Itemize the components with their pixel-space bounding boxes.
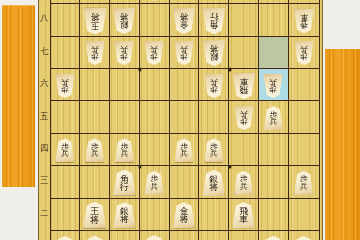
rank-label: 四 <box>39 143 50 155</box>
square-9-4[interactable] <box>289 134 319 166</box>
piece-gote-pawn[interactable]: 歩兵 <box>144 171 164 195</box>
square-5-2[interactable]: 金将 <box>170 199 200 231</box>
piece-kanji: 銀 <box>120 21 129 29</box>
screen: 八七六五四三二 香車桂馬金将桂馬玉将銀将金将角行香車歩兵歩兵歩兵歩兵銀将歩兵歩兵… <box>0 0 360 240</box>
square-1-7[interactable] <box>51 37 81 69</box>
piece-sente-rook[interactable]: 飛車 <box>232 72 255 99</box>
square-5-8[interactable]: 金将 <box>170 4 200 36</box>
square-9-5[interactable] <box>289 101 319 133</box>
piece-kanji: 兵 <box>269 118 277 125</box>
piece-gote-pawn[interactable]: 歩兵 <box>85 138 105 162</box>
piece-gote-pawn[interactable]: 歩兵 <box>294 171 314 195</box>
square-4-5[interactable] <box>140 101 170 133</box>
square-4-3[interactable]: 歩兵 <box>140 166 170 198</box>
piece-kanji: 将 <box>90 215 99 224</box>
square-7-5[interactable]: 歩兵 <box>229 101 259 133</box>
piece-sente-gold[interactable]: 金将 <box>143 0 166 1</box>
piece-kanji: 歩 <box>91 53 99 60</box>
square-8-4[interactable] <box>259 134 289 166</box>
square-7-8[interactable] <box>229 4 259 36</box>
piece-kanji: 行 <box>209 13 218 21</box>
square-2-3[interactable] <box>80 166 110 198</box>
piece-kanji: 銀 <box>209 53 218 61</box>
piece-kanji: 車 <box>239 77 248 85</box>
piece-gote-pawn[interactable]: 歩兵 <box>204 138 224 162</box>
square-1-5[interactable] <box>51 101 81 133</box>
piece-kanji: 兵 <box>121 46 129 53</box>
square-1-6[interactable]: 歩兵 <box>51 69 81 101</box>
piece-kanji: 歩 <box>180 53 188 60</box>
piece-sente-king[interactable]: 玉将 <box>83 7 107 34</box>
square-6-8[interactable]: 角行 <box>199 4 229 36</box>
rank-label: 六 <box>39 78 50 90</box>
piece-kanji: 兵 <box>240 111 248 118</box>
piece-sente-knight[interactable]: 桂馬 <box>84 0 106 1</box>
piece-gote-king[interactable]: 王将 <box>83 202 107 229</box>
piece-kanji: 将 <box>90 12 99 21</box>
piece-kanji: 兵 <box>210 78 218 85</box>
square-2-1[interactable]: 桂馬 <box>80 231 110 240</box>
square-4-2[interactable] <box>140 199 170 231</box>
piece-kanji: 車 <box>300 13 308 20</box>
piece-sente-knight[interactable]: 桂馬 <box>263 0 285 1</box>
piece-gote-pawn[interactable]: 歩兵 <box>234 171 254 195</box>
piece-kanji: 兵 <box>150 46 158 53</box>
piece-gote-pawn[interactable]: 歩兵 <box>174 138 194 162</box>
piece-kanji: 兵 <box>61 150 69 157</box>
square-3-2[interactable]: 銀将 <box>110 199 140 231</box>
rank-label: 二 <box>39 208 50 220</box>
piece-kanji: 将 <box>180 13 189 21</box>
piece-gote-pawn[interactable]: 歩兵 <box>55 138 75 162</box>
square-7-7[interactable] <box>229 37 259 69</box>
square-7-3[interactable]: 歩兵 <box>229 166 259 198</box>
square-7-6[interactable]: 飛車 <box>229 69 259 101</box>
square-9-8[interactable]: 香車 <box>289 4 319 36</box>
square-5-1[interactable] <box>170 231 200 240</box>
piece-sente-pawn[interactable]: 歩兵 <box>174 41 194 65</box>
piece-sente-silver[interactable]: 銀将 <box>203 40 226 66</box>
square-6-1[interactable] <box>199 231 229 240</box>
piece-gote-knight[interactable]: 桂馬 <box>263 236 285 240</box>
piece-kanji: 角 <box>209 21 218 29</box>
piece-sente-lance[interactable]: 香車 <box>55 0 76 1</box>
square-2-6[interactable] <box>80 69 110 101</box>
piece-kanji: 将 <box>209 45 218 53</box>
piece-kanji: 兵 <box>240 183 248 190</box>
piece-gote-pawn[interactable]: 歩兵 <box>115 138 135 162</box>
square-5-5[interactable] <box>170 101 200 133</box>
piece-kanji: 行 <box>120 183 129 191</box>
square-4-1[interactable]: 金将 <box>140 231 170 240</box>
square-6-4[interactable]: 歩兵 <box>199 134 229 166</box>
piece-kanji: 兵 <box>121 150 129 157</box>
square-8-3[interactable] <box>259 166 289 198</box>
piece-gote-knight[interactable]: 桂馬 <box>84 236 106 240</box>
background-panel-left <box>2 5 35 187</box>
piece-gote-silver[interactable]: 銀将 <box>203 170 226 196</box>
rank-label: 八 <box>39 13 50 25</box>
square-2-7[interactable]: 歩兵 <box>80 37 110 69</box>
rank-label: 五 <box>39 111 50 123</box>
square-1-2[interactable] <box>51 199 81 231</box>
square-3-6[interactable] <box>110 69 140 101</box>
square-6-2[interactable] <box>199 199 229 231</box>
rank-label: 三 <box>39 175 50 187</box>
piece-kanji: 兵 <box>180 150 188 157</box>
piece-sente-pawn[interactable]: 歩兵 <box>234 106 254 130</box>
rank-label: 七 <box>39 46 50 58</box>
piece-sente-silver[interactable]: 銀将 <box>113 8 136 34</box>
piece-kanji: 歩 <box>150 53 158 60</box>
square-2-4[interactable]: 歩兵 <box>80 134 110 166</box>
piece-kanji: 歩 <box>300 53 308 60</box>
piece-kanji: 兵 <box>269 78 277 85</box>
square-6-7[interactable]: 銀将 <box>199 37 229 69</box>
square-3-8[interactable]: 銀将 <box>110 4 140 36</box>
piece-kanji: 兵 <box>91 150 99 157</box>
square-7-1[interactable] <box>229 231 259 240</box>
square-3-4[interactable]: 歩兵 <box>110 134 140 166</box>
square-8-6[interactable]: 歩兵 <box>259 69 289 101</box>
piece-gote-pawn[interactable]: 歩兵 <box>264 106 284 130</box>
piece-kanji: 将 <box>120 13 129 21</box>
piece-sente-lance[interactable]: 香車 <box>293 9 314 34</box>
square-4-7[interactable]: 歩兵 <box>140 37 170 69</box>
piece-kanji: 車 <box>239 215 248 223</box>
square-8-2[interactable] <box>259 199 289 231</box>
square-5-7[interactable]: 歩兵 <box>170 37 200 69</box>
piece-kanji: 将 <box>209 183 218 191</box>
piece-kanji: 兵 <box>300 46 308 53</box>
piece-gote-gold[interactable]: 金将 <box>173 202 196 228</box>
piece-kanji: 兵 <box>91 46 99 53</box>
square-9-6[interactable] <box>289 69 319 101</box>
square-8-8[interactable] <box>259 4 289 36</box>
piece-kanji: 歩 <box>240 118 248 125</box>
square-4-4[interactable] <box>140 134 170 166</box>
square-9-3[interactable]: 歩兵 <box>289 166 319 198</box>
square-6-3[interactable]: 銀将 <box>199 166 229 198</box>
square-7-2[interactable]: 飛車 <box>229 199 259 231</box>
square-9-7[interactable]: 歩兵 <box>289 37 319 69</box>
square-8-5[interactable]: 歩兵 <box>259 101 289 133</box>
square-4-6[interactable] <box>140 69 170 101</box>
square-1-1[interactable]: 香車 <box>51 231 81 240</box>
background-panel-right <box>325 49 360 240</box>
piece-sente-pawn[interactable]: 歩兵 <box>264 74 284 98</box>
piece-gote-silver[interactable]: 銀将 <box>113 202 136 228</box>
piece-gote-gold[interactable]: 金将 <box>143 235 166 240</box>
shogi-board: 八七六五四三二 香車桂馬金将桂馬玉将銀将金将角行香車歩兵歩兵歩兵歩兵銀将歩兵歩兵… <box>38 0 323 240</box>
piece-sente-pawn[interactable]: 歩兵 <box>55 74 75 98</box>
square-9-1[interactable]: 香車 <box>289 231 319 240</box>
square-7-4[interactable] <box>229 134 259 166</box>
piece-kanji: 兵 <box>61 78 69 85</box>
piece-sente-pawn[interactable]: 歩兵 <box>115 41 135 65</box>
piece-gote-bishop[interactable]: 角行 <box>113 170 136 197</box>
square-2-5[interactable] <box>80 101 110 133</box>
square-3-3[interactable]: 角行 <box>110 166 140 198</box>
square-5-4[interactable]: 歩兵 <box>170 134 200 166</box>
piece-kanji: 玉 <box>90 21 99 30</box>
piece-sente-pawn[interactable]: 歩兵 <box>144 41 164 65</box>
square-8-7[interactable] <box>259 37 289 69</box>
square-1-8[interactable] <box>51 4 81 36</box>
square-3-7[interactable]: 歩兵 <box>110 37 140 69</box>
square-5-6[interactable] <box>170 69 200 101</box>
piece-sente-pawn[interactable]: 歩兵 <box>294 41 314 65</box>
piece-kanji: 将 <box>180 215 189 223</box>
piece-sente-gold[interactable]: 金将 <box>173 8 196 34</box>
square-6-5[interactable] <box>199 101 229 133</box>
piece-kanji: 兵 <box>150 183 158 190</box>
piece-kanji: 兵 <box>210 150 218 157</box>
square-3-1[interactable] <box>110 231 140 240</box>
piece-kanji: 兵 <box>300 183 308 190</box>
piece-kanji: 将 <box>120 215 129 223</box>
piece-sente-pawn[interactable]: 歩兵 <box>85 41 105 65</box>
square-2-2[interactable]: 王将 <box>80 199 110 231</box>
piece-gote-lance[interactable]: 香車 <box>55 236 76 240</box>
square-9-2[interactable] <box>289 199 319 231</box>
square-3-5[interactable] <box>110 101 140 133</box>
square-1-4[interactable]: 歩兵 <box>51 134 81 166</box>
square-1-3[interactable] <box>51 166 81 198</box>
piece-gote-rook[interactable]: 飛車 <box>232 202 255 229</box>
board-grid: 香車桂馬金将桂馬玉将銀将金将角行香車歩兵歩兵歩兵歩兵銀将歩兵歩兵歩兵飛車歩兵歩兵… <box>50 0 320 240</box>
piece-gote-lance[interactable]: 香車 <box>293 236 314 240</box>
square-5-3[interactable] <box>170 166 200 198</box>
piece-kanji: 歩 <box>121 53 129 60</box>
square-2-8[interactable]: 玉将 <box>80 4 110 36</box>
square-6-6[interactable]: 歩兵 <box>199 69 229 101</box>
piece-sente-bishop[interactable]: 角行 <box>202 8 225 35</box>
piece-kanji: 金 <box>180 21 189 29</box>
square-8-1[interactable]: 桂馬 <box>259 231 289 240</box>
square-4-8[interactable] <box>140 4 170 36</box>
piece-kanji: 兵 <box>180 46 188 53</box>
piece-sente-pawn[interactable]: 歩兵 <box>204 74 224 98</box>
